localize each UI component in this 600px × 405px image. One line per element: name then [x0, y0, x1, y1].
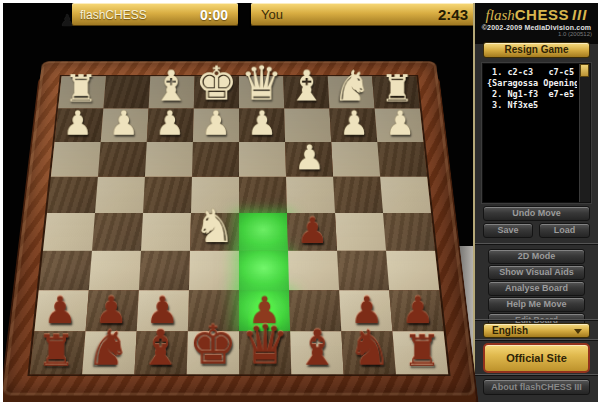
- square-d5[interactable]: [239, 213, 288, 251]
- square-b4[interactable]: [333, 177, 383, 213]
- analyse-board-button[interactable]: Analyse Board: [488, 281, 585, 296]
- language-value: English: [492, 325, 528, 336]
- square-h3[interactable]: [51, 142, 101, 177]
- square-e5[interactable]: ♞: [190, 213, 239, 251]
- black-knight-b8[interactable]: ♞: [348, 323, 392, 372]
- square-b5[interactable]: [335, 213, 386, 251]
- square-c4[interactable]: [286, 177, 335, 213]
- black-queen-d8[interactable]: ♛: [241, 318, 290, 372]
- black-pawn-turn-icon: ♟: [60, 11, 74, 30]
- square-a2[interactable]: ♟: [375, 108, 424, 141]
- brand-chess: CHESS: [515, 6, 569, 23]
- resign-game-button[interactable]: Resign Game: [483, 42, 590, 58]
- move-list-text: 1. c2-c3 c7-c5 {Saragossa Opening} 2. Ng…: [487, 67, 577, 200]
- board-scene: ♜♝♚♛♝♞♜♟♟♟♟♟♟♟♟♞♟♟♟♟♟♟♟♜♞♝♚♛♝♞♜: [3, 3, 475, 402]
- square-c1[interactable]: ♝: [283, 76, 329, 108]
- white-pawn-d2[interactable]: ♟: [247, 107, 277, 141]
- language-select[interactable]: English: [483, 323, 590, 338]
- white-bishop-c1[interactable]: ♝: [288, 65, 326, 107]
- square-f6[interactable]: [139, 251, 190, 290]
- show-visual-aids-button[interactable]: Show Visual Aids: [488, 265, 585, 280]
- square-f8[interactable]: ♝: [134, 331, 187, 374]
- square-h2[interactable]: ♟: [55, 108, 104, 141]
- square-g8[interactable]: ♞: [82, 331, 137, 374]
- scrollbar-thumb[interactable]: [580, 64, 589, 77]
- square-c8[interactable]: ♝: [290, 331, 343, 374]
- about-button[interactable]: About flashCHESS III: [483, 379, 590, 395]
- square-c6[interactable]: [288, 251, 339, 290]
- white-pawn-b2[interactable]: ♟: [339, 107, 369, 141]
- chevron-down-icon: [574, 329, 582, 334]
- square-a8[interactable]: ♜: [392, 331, 448, 374]
- divider: [475, 319, 598, 320]
- black-bishop-f8[interactable]: ♝: [139, 323, 183, 372]
- game-area: ♟ flashCHESS 0:00 You 2:43 ♜♝♚♛♝♞♜♟♟♟♟♟♟…: [3, 3, 598, 402]
- version-text: 1.0 (200512): [475, 31, 598, 37]
- black-rook-a8[interactable]: ♜: [402, 329, 441, 373]
- save-button[interactable]: Save: [483, 223, 533, 238]
- square-a5[interactable]: [383, 213, 435, 251]
- square-g4[interactable]: [95, 177, 145, 213]
- brand-flash: flash: [486, 7, 515, 23]
- white-rook-h1[interactable]: ♜: [64, 69, 98, 107]
- square-h8[interactable]: ♜: [30, 331, 86, 374]
- square-f3[interactable]: [145, 142, 193, 177]
- load-button[interactable]: Load: [539, 223, 590, 238]
- square-b8[interactable]: ♞: [341, 331, 396, 374]
- square-d8[interactable]: ♛: [239, 331, 291, 374]
- white-pawn-c3[interactable]: ♟: [294, 141, 325, 175]
- chess-board: ♜♝♚♛♝♞♜♟♟♟♟♟♟♟♟♞♟♟♟♟♟♟♟♜♞♝♚♛♝♞♜: [3, 61, 476, 395]
- square-f2[interactable]: ♟: [147, 108, 194, 141]
- square-b6[interactable]: [337, 251, 389, 290]
- square-g2[interactable]: ♟: [101, 108, 149, 141]
- square-a3[interactable]: [377, 142, 427, 177]
- square-b3[interactable]: [331, 142, 380, 177]
- square-g5[interactable]: [92, 213, 143, 251]
- square-d4[interactable]: [239, 177, 287, 213]
- board-grid: ♜♝♚♛♝♞♜♟♟♟♟♟♟♟♟♞♟♟♟♟♟♟♟♜♞♝♚♛♝♞♜: [30, 76, 448, 374]
- app-logo: flashCHESSIII ©2002-2009 MediaDivision.c…: [475, 3, 598, 44]
- square-c5[interactable]: ♟: [287, 213, 337, 251]
- white-queen-d1[interactable]: ♛: [240, 60, 282, 107]
- square-h6[interactable]: [39, 251, 92, 290]
- white-pawn-e2[interactable]: ♟: [201, 107, 231, 141]
- square-g6[interactable]: [89, 251, 141, 290]
- white-pawn-a2[interactable]: ♟: [385, 107, 415, 141]
- 2d-mode-button[interactable]: 2D Mode: [488, 249, 585, 264]
- black-pawn-a7[interactable]: ♟: [401, 292, 434, 329]
- control-panel: flashCHESSIII ©2002-2009 MediaDivision.c…: [473, 3, 598, 402]
- square-a6[interactable]: [386, 251, 439, 290]
- flashchess-app: ♟ flashCHESS 0:00 You 2:43 ♜♝♚♛♝♞♜♟♟♟♟♟♟…: [0, 0, 600, 405]
- white-king-e1[interactable]: ♚: [195, 60, 237, 107]
- square-a4[interactable]: [380, 177, 431, 213]
- square-d6[interactable]: [239, 251, 289, 290]
- brand-title: flashCHESSIII: [475, 6, 598, 24]
- divider: [475, 339, 598, 340]
- undo-move-button[interactable]: Undo Move: [483, 206, 590, 221]
- square-b2[interactable]: ♟: [329, 108, 377, 141]
- square-e8[interactable]: ♚: [187, 331, 239, 374]
- black-pawn-c5[interactable]: ♟: [296, 213, 328, 249]
- white-bishop-f1[interactable]: ♝: [152, 65, 190, 107]
- square-e2[interactable]: ♟: [193, 108, 239, 141]
- white-knight-e5[interactable]: ♞: [194, 203, 235, 249]
- square-c2[interactable]: [284, 108, 331, 141]
- black-king-e8[interactable]: ♚: [188, 318, 237, 372]
- black-bishop-c8[interactable]: ♝: [295, 323, 339, 372]
- move-list[interactable]: 1. c2-c3 c7-c5 {Saragossa Opening} 2. Ng…: [482, 63, 591, 203]
- copyright-text: ©2002-2009 MediaDivision.com: [475, 24, 598, 31]
- black-knight-g8[interactable]: ♞: [86, 323, 130, 372]
- black-rook-h8[interactable]: ♜: [37, 329, 76, 373]
- square-c3[interactable]: ♟: [285, 142, 333, 177]
- move-list-scrollbar[interactable]: [579, 64, 590, 202]
- help-me-move-button[interactable]: Help Me Move: [488, 297, 585, 312]
- divider: [475, 374, 598, 375]
- white-pawn-f2[interactable]: ♟: [155, 107, 185, 141]
- white-rook-a1[interactable]: ♜: [380, 69, 414, 107]
- square-g3[interactable]: [98, 142, 147, 177]
- square-f4[interactable]: [143, 177, 192, 213]
- black-pawn-h7[interactable]: ♟: [43, 292, 76, 329]
- white-knight-b1[interactable]: ♞: [333, 65, 371, 107]
- square-h4[interactable]: [47, 177, 98, 213]
- official-site-button[interactable]: Official Site: [483, 343, 590, 373]
- square-e3[interactable]: [192, 142, 239, 177]
- white-pawn-h2[interactable]: ♟: [63, 107, 93, 141]
- square-f5[interactable]: [141, 213, 191, 251]
- square-d3[interactable]: [239, 142, 286, 177]
- square-e6[interactable]: [189, 251, 239, 290]
- divider: [475, 243, 598, 244]
- square-d2[interactable]: ♟: [239, 108, 285, 141]
- brand-iii: III: [572, 6, 588, 23]
- square-h5[interactable]: [43, 213, 95, 251]
- white-pawn-g2[interactable]: ♟: [109, 107, 139, 141]
